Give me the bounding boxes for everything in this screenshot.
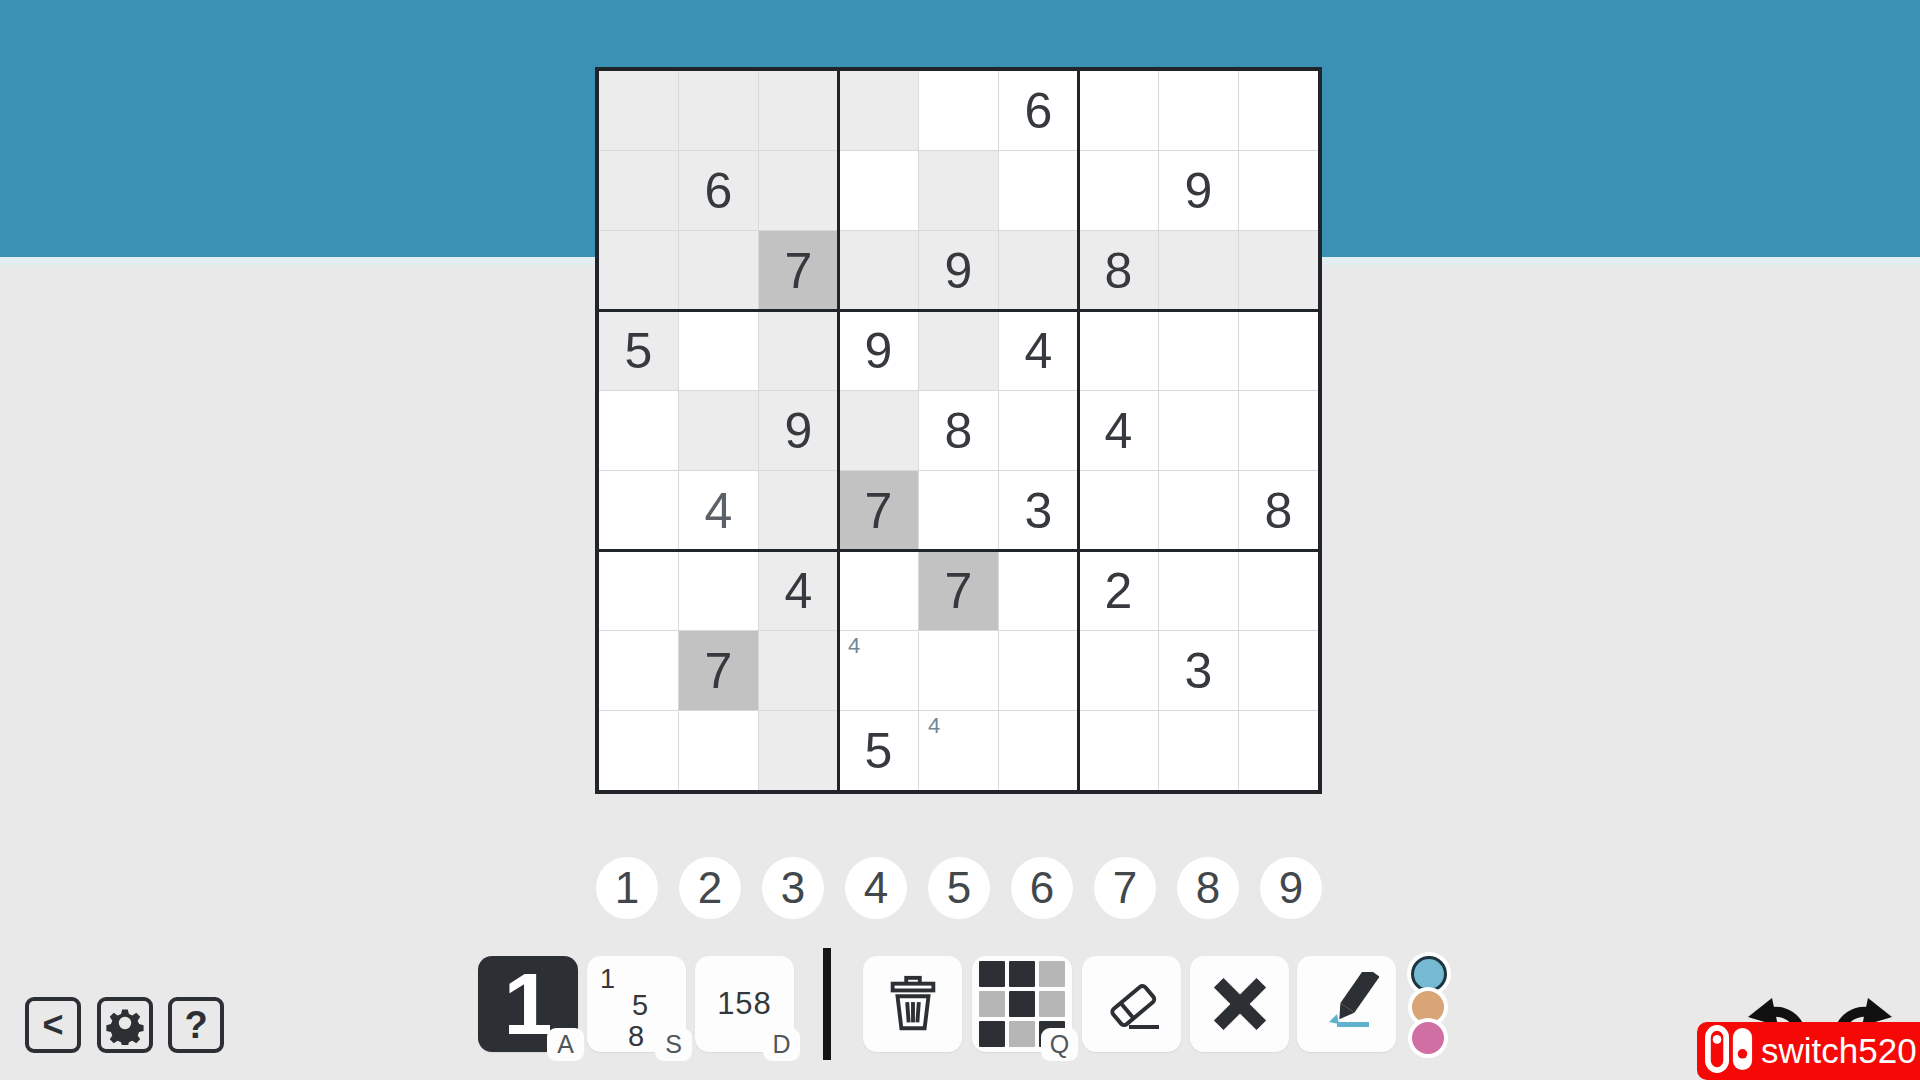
given-digit: 7: [945, 562, 973, 620]
cell-r1c5[interactable]: [919, 71, 998, 150]
palette-button[interactable]: Q: [972, 956, 1072, 1052]
user-digit: 4: [705, 482, 733, 540]
board-grid: 669798594984473847274354: [599, 71, 1318, 790]
mode-center-notes-tile[interactable]: 158 D: [695, 956, 794, 1052]
cell-r3c6[interactable]: [999, 231, 1078, 310]
switch-logo-icon: [1704, 1025, 1756, 1077]
cell-r9c2[interactable]: [679, 711, 758, 790]
cell-r7c1[interactable]: [599, 551, 678, 630]
cell-r7c9[interactable]: [1239, 551, 1318, 630]
cell-r9c5[interactable]: 4: [919, 711, 998, 790]
color-dot-orange[interactable]: [1412, 991, 1444, 1023]
cell-r8c4[interactable]: 4: [839, 631, 918, 710]
eraser-button[interactable]: [1082, 956, 1181, 1052]
cell-r1c7[interactable]: [1079, 71, 1158, 150]
cell-r2c2[interactable]: 6: [679, 151, 758, 230]
cell-r5c3[interactable]: 9: [759, 391, 838, 470]
cell-r2c1[interactable]: [599, 151, 678, 230]
color-dot-pink[interactable]: [1412, 1022, 1444, 1054]
cell-r3c5[interactable]: 9: [919, 231, 998, 310]
cell-r6c7[interactable]: [1079, 471, 1158, 550]
given-digit: 7: [865, 482, 893, 540]
cell-r5c7[interactable]: 4: [1079, 391, 1158, 470]
question-icon: ?: [184, 1004, 207, 1047]
given-digit: 6: [705, 162, 733, 220]
given-digit: 9: [865, 322, 893, 380]
box-divider-horizontal-2: [599, 549, 1318, 552]
cell-r5c2[interactable]: [679, 391, 758, 470]
cell-r6c3[interactable]: [759, 471, 838, 550]
cell-r1c3[interactable]: [759, 71, 838, 150]
pencil-mark: 4: [928, 715, 940, 737]
cell-r6c9[interactable]: 8: [1239, 471, 1318, 550]
cell-r3c2[interactable]: [679, 231, 758, 310]
given-digit: 3: [1185, 642, 1213, 700]
cell-r5c1[interactable]: [599, 391, 678, 470]
given-digit: 7: [785, 242, 813, 300]
cell-r6c5[interactable]: [919, 471, 998, 550]
cell-r2c7[interactable]: [1079, 151, 1158, 230]
cell-r6c1[interactable]: [599, 471, 678, 550]
cell-r5c6[interactable]: [999, 391, 1078, 470]
cell-r1c2[interactable]: [679, 71, 758, 150]
cell-r8c3[interactable]: [759, 631, 838, 710]
cell-r8c5[interactable]: [919, 631, 998, 710]
cell-r4c2[interactable]: [679, 311, 758, 390]
cell-r8c7[interactable]: [1079, 631, 1158, 710]
trash-icon: [863, 956, 962, 1052]
cell-r3c9[interactable]: [1239, 231, 1318, 310]
back-button[interactable]: <: [25, 997, 81, 1053]
cell-r7c6[interactable]: [999, 551, 1078, 630]
settings-button[interactable]: [97, 997, 153, 1053]
given-digit: 3: [1025, 482, 1053, 540]
given-digit: 9: [785, 402, 813, 460]
cell-r5c9[interactable]: [1239, 391, 1318, 470]
cell-r1c6[interactable]: 6: [999, 71, 1078, 150]
numpad-4[interactable]: 4: [845, 857, 907, 919]
box-divider-vertical-2: [1077, 71, 1080, 790]
cell-r7c5[interactable]: 7: [919, 551, 998, 630]
corner-note-8: 8: [628, 1022, 644, 1051]
color-dot-blue[interactable]: [1411, 956, 1447, 992]
given-digit: 8: [1265, 482, 1293, 540]
numpad-2[interactable]: 2: [679, 857, 741, 919]
cell-r2c5[interactable]: [919, 151, 998, 230]
mode-corner-notes-tile[interactable]: 1 5 8 S: [587, 956, 686, 1052]
cell-r9c8[interactable]: [1159, 711, 1238, 790]
cell-r3c8[interactable]: [1159, 231, 1238, 310]
back-icon: <: [42, 1004, 63, 1046]
numpad-8[interactable]: 8: [1177, 857, 1239, 919]
pen-button[interactable]: [1297, 956, 1396, 1052]
cell-r8c8[interactable]: 3: [1159, 631, 1238, 710]
cell-r8c9[interactable]: [1239, 631, 1318, 710]
cell-r4c6[interactable]: 4: [999, 311, 1078, 390]
cell-r7c7[interactable]: 2: [1079, 551, 1158, 630]
shortcut-badge-q: Q: [1041, 1028, 1078, 1061]
box-divider-vertical-1: [837, 71, 840, 790]
given-digit: 5: [865, 722, 893, 780]
watermark-banner: switch520: [1697, 1022, 1920, 1080]
given-digit: 8: [945, 402, 973, 460]
toolbar-separator: [823, 948, 831, 1060]
gear-icon: [103, 1001, 147, 1049]
given-digit: 4: [785, 562, 813, 620]
corner-note-5: 5: [632, 991, 648, 1020]
given-digit: 5: [625, 322, 653, 380]
cell-r4c9[interactable]: [1239, 311, 1318, 390]
cell-r7c2[interactable]: [679, 551, 758, 630]
cell-r6c2[interactable]: 4: [679, 471, 758, 550]
trash-button[interactable]: [863, 956, 962, 1052]
shortcut-badge-s: S: [655, 1028, 692, 1061]
cell-r7c3[interactable]: 4: [759, 551, 838, 630]
given-digit: 4: [1025, 322, 1053, 380]
cell-r9c3[interactable]: [759, 711, 838, 790]
numpad-7[interactable]: 7: [1094, 857, 1156, 919]
cell-r2c9[interactable]: [1239, 151, 1318, 230]
numpad-9[interactable]: 9: [1260, 857, 1322, 919]
cell-r4c8[interactable]: [1159, 311, 1238, 390]
numpad-1[interactable]: 1: [596, 857, 658, 919]
help-button[interactable]: ?: [168, 997, 224, 1053]
cell-r7c4[interactable]: [839, 551, 918, 630]
numpad-6[interactable]: 6: [1011, 857, 1073, 919]
cross-button[interactable]: [1190, 956, 1289, 1052]
numpad-3[interactable]: 3: [762, 857, 824, 919]
given-digit: 2: [1105, 562, 1133, 620]
shortcut-badge-d: D: [763, 1028, 800, 1061]
given-digit: 6: [1025, 82, 1053, 140]
cell-r2c8[interactable]: 9: [1159, 151, 1238, 230]
mode-digit-tile[interactable]: 1 A: [478, 956, 578, 1052]
cell-r6c8[interactable]: [1159, 471, 1238, 550]
given-digit: 7: [705, 642, 733, 700]
numpad-5[interactable]: 5: [928, 857, 990, 919]
pen-icon: [1297, 956, 1396, 1052]
cell-r2c4[interactable]: [839, 151, 918, 230]
shortcut-badge-a: A: [547, 1028, 584, 1061]
cell-r8c6[interactable]: [999, 631, 1078, 710]
cell-r9c4[interactable]: 5: [839, 711, 918, 790]
cell-r5c5[interactable]: 8: [919, 391, 998, 470]
cell-r9c6[interactable]: [999, 711, 1078, 790]
cell-r9c9[interactable]: [1239, 711, 1318, 790]
cell-r8c1[interactable]: [599, 631, 678, 710]
cell-r6c6[interactable]: 3: [999, 471, 1078, 550]
cell-r1c1[interactable]: [599, 71, 678, 150]
cell-r1c8[interactable]: [1159, 71, 1238, 150]
cell-r4c3[interactable]: [759, 311, 838, 390]
given-digit: 9: [945, 242, 973, 300]
cell-r3c3[interactable]: 7: [759, 231, 838, 310]
cell-r3c7[interactable]: 8: [1079, 231, 1158, 310]
cell-r4c5[interactable]: [919, 311, 998, 390]
cell-r8c2[interactable]: 7: [679, 631, 758, 710]
cell-r7c8[interactable]: [1159, 551, 1238, 630]
cell-r4c7[interactable]: [1079, 311, 1158, 390]
cell-r3c1[interactable]: [599, 231, 678, 310]
cell-r2c3[interactable]: [759, 151, 838, 230]
cell-r6c4[interactable]: 7: [839, 471, 918, 550]
cell-r5c4[interactable]: [839, 391, 918, 470]
pencil-mark: 4: [848, 635, 860, 657]
cell-r1c9[interactable]: [1239, 71, 1318, 150]
cell-r4c4[interactable]: 9: [839, 311, 918, 390]
cell-r1c4[interactable]: [839, 71, 918, 150]
eraser-icon: [1082, 956, 1181, 1052]
cell-r5c8[interactable]: [1159, 391, 1238, 470]
watermark-text: switch520: [1761, 1031, 1917, 1071]
cell-r9c7[interactable]: [1079, 711, 1158, 790]
cell-r9c1[interactable]: [599, 711, 678, 790]
given-digit: 4: [1105, 402, 1133, 460]
corner-note-1: 1: [600, 966, 615, 993]
cell-r3c4[interactable]: [839, 231, 918, 310]
given-digit: 8: [1105, 242, 1133, 300]
cell-r2c6[interactable]: [999, 151, 1078, 230]
cell-r4c1[interactable]: 5: [599, 311, 678, 390]
given-digit: 9: [1185, 162, 1213, 220]
box-divider-horizontal-1: [599, 309, 1318, 312]
sudoku-board: 669798594984473847274354: [595, 67, 1322, 794]
x-icon: [1190, 956, 1289, 1052]
